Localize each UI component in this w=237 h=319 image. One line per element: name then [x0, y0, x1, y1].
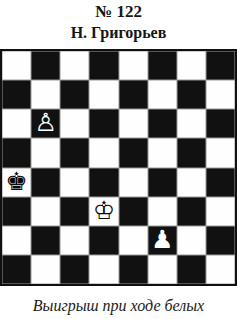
- square-a3: [2, 197, 31, 226]
- square-f2: ♟: [148, 226, 177, 255]
- stipulation-caption: Выигрыш при ходе белых: [0, 297, 237, 315]
- square-g3: [177, 197, 206, 226]
- black-king: ♚: [5, 167, 27, 196]
- square-f6: [148, 109, 177, 138]
- chess-board: ♙♚♔♟: [2, 51, 235, 284]
- square-c6: [60, 109, 89, 138]
- square-e2: [119, 226, 148, 255]
- square-b7: [31, 80, 60, 109]
- square-g4: [177, 168, 206, 197]
- square-d7: [89, 80, 118, 109]
- square-f7: [148, 80, 177, 109]
- square-g2: [177, 226, 206, 255]
- square-c2: [60, 226, 89, 255]
- square-d6: [89, 109, 118, 138]
- square-f5: [148, 138, 177, 167]
- square-g7: [177, 80, 206, 109]
- square-c5: [60, 138, 89, 167]
- square-d8: [89, 51, 118, 80]
- square-c7: [60, 80, 89, 109]
- square-h1: [206, 255, 235, 284]
- square-e3: [119, 197, 148, 226]
- square-b4: [31, 168, 60, 197]
- square-d3: ♔: [89, 197, 118, 226]
- square-e5: [119, 138, 148, 167]
- square-b5: [31, 138, 60, 167]
- white-pawn: ♟: [151, 225, 173, 254]
- chess-board-frame: ♙♚♔♟: [0, 49, 237, 286]
- square-a5: [2, 138, 31, 167]
- square-a4: ♚: [2, 168, 31, 197]
- square-a1: [2, 255, 31, 284]
- black-pawn: ♙: [34, 108, 56, 137]
- square-a6: [2, 109, 31, 138]
- square-g1: [177, 255, 206, 284]
- square-c3: [60, 197, 89, 226]
- square-b1: [31, 255, 60, 284]
- square-h5: [206, 138, 235, 167]
- square-b3: [31, 197, 60, 226]
- author-name: Н. Григорьев: [0, 22, 237, 43]
- square-e1: [119, 255, 148, 284]
- square-h2: [206, 226, 235, 255]
- square-g6: [177, 109, 206, 138]
- square-h3: [206, 197, 235, 226]
- square-f3: [148, 197, 177, 226]
- square-c1: [60, 255, 89, 284]
- square-d1: [89, 255, 118, 284]
- square-c8: [60, 51, 89, 80]
- square-b8: [31, 51, 60, 80]
- square-g8: [177, 51, 206, 80]
- square-h8: [206, 51, 235, 80]
- puzzle-number: № 122: [0, 0, 237, 22]
- square-f1: [148, 255, 177, 284]
- square-g5: [177, 138, 206, 167]
- square-d5: [89, 138, 118, 167]
- square-d2: [89, 226, 118, 255]
- square-f4: [148, 168, 177, 197]
- square-h7: [206, 80, 235, 109]
- square-b6: ♙: [31, 109, 60, 138]
- square-e6: [119, 109, 148, 138]
- square-h4: [206, 168, 235, 197]
- square-e4: [119, 168, 148, 197]
- square-d4: [89, 168, 118, 197]
- chess-diagram-page: № 122 Н. Григорьев ♙♚♔♟ Выигрыш при ходе…: [0, 0, 237, 319]
- square-h6: [206, 109, 235, 138]
- square-e8: [119, 51, 148, 80]
- square-a7: [2, 80, 31, 109]
- square-a2: [2, 226, 31, 255]
- square-c4: [60, 168, 89, 197]
- white-king: ♔: [93, 196, 115, 225]
- square-a8: [2, 51, 31, 80]
- square-f8: [148, 51, 177, 80]
- square-e7: [119, 80, 148, 109]
- square-b2: [31, 226, 60, 255]
